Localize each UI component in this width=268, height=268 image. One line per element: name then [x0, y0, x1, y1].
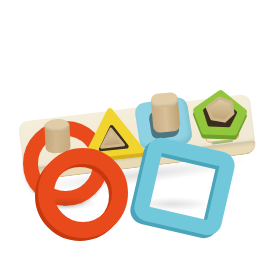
square-peg	[150, 92, 180, 133]
product-photo-scene: masterkidz	[0, 0, 268, 268]
round-peg	[44, 118, 71, 153]
red-ring-loose	[38, 148, 128, 238]
green-pentagon-piece	[191, 83, 251, 143]
